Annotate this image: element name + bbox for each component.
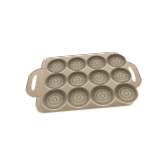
background	[0, 0, 160, 160]
muffin-pan	[34, 51, 137, 112]
muffin-cup	[66, 86, 91, 108]
cup-cell-r3c1	[42, 88, 67, 110]
cup-cell-r3c2	[66, 86, 91, 108]
cup-grid	[34, 51, 137, 112]
muffin-cup	[42, 88, 67, 110]
left-handle-slot-cutout	[30, 74, 37, 90]
